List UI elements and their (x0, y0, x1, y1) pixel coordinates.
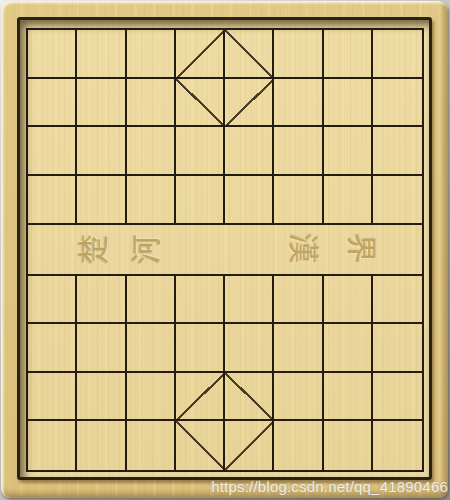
board-cell[interactable] (77, 324, 126, 373)
board-cell[interactable] (127, 373, 176, 422)
board-cell[interactable] (225, 79, 274, 128)
board-cell[interactable] (176, 373, 225, 422)
board-cell[interactable] (28, 30, 77, 79)
board-cell[interactable] (373, 127, 422, 176)
board-cell[interactable] (28, 324, 77, 373)
board-cell[interactable] (324, 324, 373, 373)
board-cell[interactable] (77, 127, 126, 176)
river-character: 河 (124, 229, 168, 269)
board-cell[interactable] (127, 127, 176, 176)
board-cell[interactable] (28, 421, 77, 470)
river-character: 楚 (71, 229, 115, 269)
watermark-text: https://blog.csdn.net/qq_41890466 (211, 478, 448, 495)
board-cell[interactable] (176, 276, 225, 325)
board-cell[interactable] (274, 421, 323, 470)
board-cell[interactable] (225, 176, 274, 225)
board-cell[interactable] (176, 79, 225, 128)
board-cell[interactable] (77, 176, 126, 225)
board-cell[interactable] (28, 79, 77, 128)
board-cell[interactable] (373, 176, 422, 225)
board-cell[interactable] (324, 176, 373, 225)
board-cell[interactable] (77, 276, 126, 325)
board-cell[interactable] (324, 421, 373, 470)
board-cell[interactable] (225, 30, 274, 79)
board-cell[interactable] (324, 79, 373, 128)
board-cell[interactable] (373, 373, 422, 422)
board-cell[interactable] (225, 421, 274, 470)
board-cell[interactable] (28, 373, 77, 422)
board-cell[interactable] (176, 30, 225, 79)
board-cell[interactable] (274, 79, 323, 128)
board-cell[interactable] (274, 30, 323, 79)
board-cell[interactable] (77, 30, 126, 79)
board-cell[interactable] (225, 276, 274, 325)
board-cell[interactable] (176, 324, 225, 373)
board-cell[interactable] (176, 421, 225, 470)
board-cell[interactable] (77, 373, 126, 422)
board-cell[interactable] (373, 421, 422, 470)
board-cell[interactable] (225, 127, 274, 176)
board-cell[interactable] (176, 176, 225, 225)
board-cell[interactable] (77, 421, 126, 470)
board-cell[interactable] (225, 373, 274, 422)
board-cell[interactable] (373, 276, 422, 325)
board-cell[interactable] (373, 79, 422, 128)
river-character: 漢 (281, 229, 325, 269)
board-cell[interactable] (176, 127, 225, 176)
board-cell[interactable] (28, 276, 77, 325)
wooden-frame: 楚河漢界 (1, 1, 448, 498)
board-cell[interactable] (274, 324, 323, 373)
river-character: 界 (339, 229, 383, 269)
board-cell[interactable] (225, 324, 274, 373)
board-cell[interactable] (324, 276, 373, 325)
board-cell[interactable] (274, 276, 323, 325)
board-cell[interactable] (127, 421, 176, 470)
board-surface: 楚河漢界 (17, 17, 432, 480)
board-cell[interactable] (127, 79, 176, 128)
board-cell[interactable] (324, 127, 373, 176)
board-cell[interactable] (324, 30, 373, 79)
board-cell[interactable] (274, 127, 323, 176)
river: 楚河漢界 (28, 225, 422, 276)
xiangqi-board[interactable]: 楚河漢界 (26, 28, 424, 472)
board-cell[interactable] (324, 373, 373, 422)
board-cell[interactable] (127, 176, 176, 225)
board-cell[interactable] (127, 276, 176, 325)
board-cell[interactable] (274, 176, 323, 225)
board-cell[interactable] (127, 30, 176, 79)
board-cell[interactable] (274, 373, 323, 422)
board-cell[interactable] (373, 30, 422, 79)
board-cell[interactable] (373, 324, 422, 373)
board-cell[interactable] (28, 127, 77, 176)
board-cell[interactable] (127, 324, 176, 373)
board-cell[interactable] (77, 79, 126, 128)
board-cell[interactable] (28, 176, 77, 225)
